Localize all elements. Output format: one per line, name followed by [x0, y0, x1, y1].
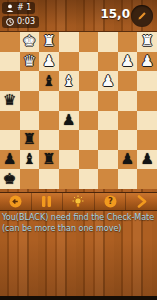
square-r3c3[interactable]: ♝	[39, 71, 59, 91]
black-queen-piece: ♛	[3, 93, 16, 108]
square-r6c1[interactable]	[0, 130, 20, 150]
black-pawn-piece: ♟	[62, 113, 75, 128]
square-r4c8[interactable]	[137, 91, 157, 111]
square-r4c7[interactable]	[118, 91, 138, 111]
square-r5c7[interactable]	[118, 111, 138, 131]
pause-button[interactable]	[32, 193, 64, 210]
square-r2c2[interactable]: ♛	[20, 52, 40, 72]
status-line-2: (can be more than one move)	[2, 223, 156, 234]
square-r1c2[interactable]: ♚	[20, 32, 40, 52]
back-arrow-icon	[9, 195, 22, 208]
square-r4c2[interactable]	[20, 91, 40, 111]
chevron-right-icon	[137, 195, 147, 208]
black-bishop-piece: ♝	[42, 74, 55, 89]
square-r5c8[interactable]	[137, 111, 157, 131]
help-button[interactable]: ?	[95, 193, 127, 210]
square-r2c5[interactable]	[79, 52, 99, 72]
square-r2c6[interactable]	[98, 52, 118, 72]
square-r1c1[interactable]	[0, 32, 20, 52]
square-r4c1[interactable]: ♛	[0, 91, 20, 111]
square-r6c2[interactable]: ♜	[20, 130, 40, 150]
puzzle-number: # 1	[17, 2, 31, 14]
square-r5c3[interactable]	[39, 111, 59, 131]
hint-button[interactable]	[63, 193, 95, 210]
square-r6c3[interactable]	[39, 130, 59, 150]
white-pawn-piece: ♟	[42, 54, 55, 69]
player-icon	[6, 4, 14, 12]
square-r2c1[interactable]	[0, 52, 20, 72]
white-king-piece: ♚	[23, 34, 36, 49]
square-r8c1[interactable]: ♚	[0, 169, 20, 189]
white-bishop-piece: ♝	[62, 74, 75, 89]
square-r3c8[interactable]	[137, 71, 157, 91]
pause-icon	[41, 195, 52, 208]
toolbar: ?	[0, 192, 157, 211]
bottom-bar	[0, 296, 157, 300]
lightbulb-icon	[71, 195, 85, 209]
score-value: 15,0	[100, 7, 130, 21]
square-r1c8[interactable]: ♜	[137, 32, 157, 52]
square-r6c8[interactable]	[137, 130, 157, 150]
square-r4c5[interactable]	[79, 91, 99, 111]
square-r1c5[interactable]	[79, 32, 99, 52]
white-queen-piece: ♛	[23, 54, 36, 69]
black-rook-piece: ♜	[23, 132, 36, 147]
square-r7c8[interactable]: ♟	[137, 150, 157, 170]
square-r5c6[interactable]	[98, 111, 118, 131]
status-line-1: You(BLACK) need find the Check-Mate	[2, 212, 156, 223]
square-r5c4[interactable]: ♟	[59, 111, 79, 131]
square-r7c2[interactable]: ♝	[20, 150, 40, 170]
square-r1c4[interactable]	[59, 32, 79, 52]
square-r3c7[interactable]	[118, 71, 138, 91]
square-r5c2[interactable]	[20, 111, 40, 131]
square-r3c4[interactable]: ♝	[59, 71, 79, 91]
square-r5c5[interactable]	[79, 111, 99, 131]
square-r7c6[interactable]	[98, 150, 118, 170]
square-r7c4[interactable]	[59, 150, 79, 170]
square-r1c6[interactable]	[98, 32, 118, 52]
square-r7c7[interactable]: ♟	[118, 150, 138, 170]
square-r4c3[interactable]	[39, 91, 59, 111]
status-message: You(BLACK) need find the Check-Mate (can…	[2, 212, 156, 234]
square-r4c6[interactable]	[98, 91, 118, 111]
square-r2c4[interactable]	[59, 52, 79, 72]
timer-value: 0:03	[17, 16, 35, 28]
square-r3c6[interactable]: ♟	[98, 71, 118, 91]
square-r6c5[interactable]	[79, 130, 99, 150]
back-button[interactable]	[0, 193, 32, 210]
white-pawn-piece: ♟	[140, 54, 153, 69]
square-r1c3[interactable]: ♜	[39, 32, 59, 52]
puzzle-number-badge: # 1	[2, 2, 35, 14]
edit-button[interactable]	[131, 5, 153, 27]
square-r5c1[interactable]	[0, 111, 20, 131]
square-r8c2[interactable]	[20, 169, 40, 189]
square-r4c4[interactable]	[59, 91, 79, 111]
square-r8c5[interactable]	[79, 169, 99, 189]
black-bishop-piece: ♝	[23, 152, 36, 167]
clock-icon	[6, 18, 14, 26]
square-r6c6[interactable]	[98, 130, 118, 150]
square-r7c3[interactable]: ♜	[39, 150, 59, 170]
black-pawn-piece: ♟	[3, 152, 16, 167]
square-r8c7[interactable]	[118, 169, 138, 189]
square-r8c3[interactable]	[39, 169, 59, 189]
square-r8c6[interactable]	[98, 169, 118, 189]
black-pawn-piece: ♟	[121, 152, 134, 167]
chess-board[interactable]: ♚♜♜♛♟♟♟♝♝♟♛♟♜♟♝♜♟♟♚	[0, 31, 157, 189]
square-r6c7[interactable]	[118, 130, 138, 150]
white-rook-piece: ♜	[42, 34, 55, 49]
timer-badge: 0:03	[2, 16, 39, 28]
square-r3c1[interactable]	[0, 71, 20, 91]
black-rook-piece: ♜	[42, 152, 55, 167]
edit-pencil-icon	[136, 10, 148, 22]
question-icon: ?	[104, 195, 117, 208]
svg-text:?: ?	[108, 196, 113, 206]
white-rook-piece: ♜	[140, 34, 153, 49]
square-r8c8[interactable]	[137, 169, 157, 189]
black-pawn-piece: ♟	[140, 152, 153, 167]
square-r7c5[interactable]	[79, 150, 99, 170]
next-button[interactable]	[126, 193, 157, 210]
square-r8c4[interactable]	[59, 169, 79, 189]
square-r2c8[interactable]: ♟	[137, 52, 157, 72]
square-r6c4[interactable]	[59, 130, 79, 150]
square-r1c7[interactable]	[118, 32, 138, 52]
square-r2c3[interactable]: ♟	[39, 52, 59, 72]
square-r7c1[interactable]: ♟	[0, 150, 20, 170]
white-pawn-piece: ♟	[121, 54, 134, 69]
top-bar: # 1 0:03 15,0	[0, 0, 157, 31]
square-r3c5[interactable]	[79, 71, 99, 91]
black-king-piece: ♚	[3, 172, 16, 187]
square-r3c2[interactable]	[20, 71, 40, 91]
white-pawn-piece: ♟	[101, 74, 114, 89]
square-r2c7[interactable]: ♟	[118, 52, 138, 72]
